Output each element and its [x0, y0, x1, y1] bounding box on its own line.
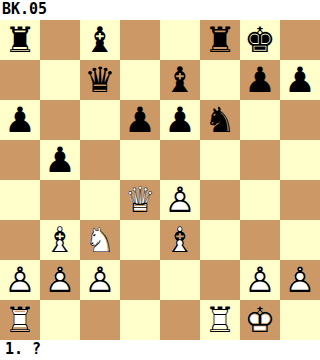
square-f6[interactable]: ♞: [200, 100, 240, 140]
square-g4[interactable]: [240, 180, 280, 220]
square-c5[interactable]: [80, 140, 120, 180]
square-c1[interactable]: [80, 300, 120, 340]
square-d6[interactable]: ♟: [120, 100, 160, 140]
square-g1[interactable]: ♚♔: [240, 300, 280, 340]
white-rook-icon[interactable]: ♖: [200, 300, 240, 340]
square-g8[interactable]: ♚: [240, 20, 280, 60]
square-e5[interactable]: [160, 140, 200, 180]
move-prompt: 1. ?: [5, 340, 41, 358]
square-f1[interactable]: ♜♖: [200, 300, 240, 340]
square-d3[interactable]: [120, 220, 160, 260]
white-pawn-icon-fill: ♟: [0, 260, 40, 300]
white-bishop-icon-fill: ♝: [160, 220, 200, 260]
white-king-icon[interactable]: ♔: [240, 300, 280, 340]
black-queen-icon[interactable]: ♛: [80, 60, 120, 100]
white-pawn-icon-fill: ♟: [40, 260, 80, 300]
square-g5[interactable]: [240, 140, 280, 180]
white-rook-icon-fill: ♜: [200, 300, 240, 340]
square-f5[interactable]: [200, 140, 240, 180]
square-f3[interactable]: [200, 220, 240, 260]
square-c4[interactable]: [80, 180, 120, 220]
black-pawn-icon[interactable]: ♟: [240, 60, 280, 100]
square-c6[interactable]: [80, 100, 120, 140]
square-d8[interactable]: [120, 20, 160, 60]
white-pawn-icon[interactable]: ♙: [80, 260, 120, 300]
square-d1[interactable]: [120, 300, 160, 340]
black-knight-icon[interactable]: ♞: [200, 100, 240, 140]
square-b7[interactable]: [40, 60, 80, 100]
square-h6[interactable]: [280, 100, 320, 140]
square-e1[interactable]: [160, 300, 200, 340]
black-pawn-icon[interactable]: ♟: [280, 60, 320, 100]
square-f7[interactable]: [200, 60, 240, 100]
white-pawn-icon-fill: ♟: [160, 180, 200, 220]
square-c2[interactable]: ♟♙: [80, 260, 120, 300]
square-a5[interactable]: [0, 140, 40, 180]
square-b6[interactable]: [40, 100, 80, 140]
white-bishop-icon[interactable]: ♗: [160, 220, 200, 260]
square-h7[interactable]: ♟: [280, 60, 320, 100]
white-queen-icon[interactable]: ♕: [120, 180, 160, 220]
white-pawn-icon-fill: ♟: [280, 260, 320, 300]
square-b8[interactable]: [40, 20, 80, 60]
square-g7[interactable]: ♟: [240, 60, 280, 100]
black-rook-icon[interactable]: ♜: [0, 20, 40, 60]
black-bishop-icon[interactable]: ♝: [160, 60, 200, 100]
white-pawn-icon[interactable]: ♙: [160, 180, 200, 220]
black-pawn-icon[interactable]: ♟: [120, 100, 160, 140]
black-king-icon[interactable]: ♚: [240, 20, 280, 60]
square-a6[interactable]: ♟: [0, 100, 40, 140]
square-c8[interactable]: ♝: [80, 20, 120, 60]
square-e6[interactable]: ♟: [160, 100, 200, 140]
black-pawn-icon[interactable]: ♟: [160, 100, 200, 140]
square-b4[interactable]: [40, 180, 80, 220]
white-rook-icon-fill: ♜: [0, 300, 40, 340]
white-knight-icon[interactable]: ♘: [80, 220, 120, 260]
square-f4[interactable]: [200, 180, 240, 220]
square-g2[interactable]: ♟♙: [240, 260, 280, 300]
square-b2[interactable]: ♟♙: [40, 260, 80, 300]
square-h8[interactable]: [280, 20, 320, 60]
square-d7[interactable]: [120, 60, 160, 100]
square-a1[interactable]: ♜♖: [0, 300, 40, 340]
square-d5[interactable]: [120, 140, 160, 180]
white-bishop-icon-fill: ♝: [40, 220, 80, 260]
black-pawn-icon[interactable]: ♟: [40, 140, 80, 180]
square-h3[interactable]: [280, 220, 320, 260]
white-pawn-icon-fill: ♟: [80, 260, 120, 300]
square-f8[interactable]: ♜: [200, 20, 240, 60]
square-e8[interactable]: [160, 20, 200, 60]
square-a7[interactable]: [0, 60, 40, 100]
white-pawn-icon[interactable]: ♙: [280, 260, 320, 300]
square-g6[interactable]: [240, 100, 280, 140]
puzzle-title: BK.05: [2, 0, 47, 18]
square-h1[interactable]: [280, 300, 320, 340]
square-g3[interactable]: [240, 220, 280, 260]
square-a2[interactable]: ♟♙: [0, 260, 40, 300]
square-e7[interactable]: ♝: [160, 60, 200, 100]
black-rook-icon[interactable]: ♜: [200, 20, 240, 60]
square-a8[interactable]: ♜: [0, 20, 40, 60]
chess-board: ♜♝♜♚♛♝♟♟♟♟♟♞♟♛♕♟♙♝♗♞♘♝♗♟♙♟♙♟♙♟♙♟♙♜♖♜♖♚♔: [0, 20, 320, 340]
square-h2[interactable]: ♟♙: [280, 260, 320, 300]
square-b3[interactable]: ♝♗: [40, 220, 80, 260]
white-rook-icon[interactable]: ♖: [0, 300, 40, 340]
square-a3[interactable]: [0, 220, 40, 260]
chess-diagram-page: BK.05 ♜♝♜♚♛♝♟♟♟♟♟♞♟♛♕♟♙♝♗♞♘♝♗♟♙♟♙♟♙♟♙♟♙♜…: [0, 0, 320, 360]
square-c7[interactable]: ♛: [80, 60, 120, 100]
square-d2[interactable]: [120, 260, 160, 300]
white-king-icon-fill: ♚: [240, 300, 280, 340]
square-h4[interactable]: [280, 180, 320, 220]
square-f2[interactable]: [200, 260, 240, 300]
square-b1[interactable]: [40, 300, 80, 340]
square-b5[interactable]: ♟: [40, 140, 80, 180]
square-e3[interactable]: ♝♗: [160, 220, 200, 260]
square-c3[interactable]: ♞♘: [80, 220, 120, 260]
white-pawn-icon-fill: ♟: [240, 260, 280, 300]
white-knight-icon-fill: ♞: [80, 220, 120, 260]
white-pawn-icon[interactable]: ♙: [0, 260, 40, 300]
white-queen-icon-fill: ♛: [120, 180, 160, 220]
black-pawn-icon[interactable]: ♟: [0, 100, 40, 140]
square-e4[interactable]: ♟♙: [160, 180, 200, 220]
square-h5[interactable]: [280, 140, 320, 180]
white-bishop-icon[interactable]: ♗: [40, 220, 80, 260]
black-bishop-icon[interactable]: ♝: [80, 20, 120, 60]
white-pawn-icon[interactable]: ♙: [240, 260, 280, 300]
white-pawn-icon[interactable]: ♙: [40, 260, 80, 300]
square-d4[interactable]: ♛♕: [120, 180, 160, 220]
square-a4[interactable]: [0, 180, 40, 220]
square-e2[interactable]: [160, 260, 200, 300]
